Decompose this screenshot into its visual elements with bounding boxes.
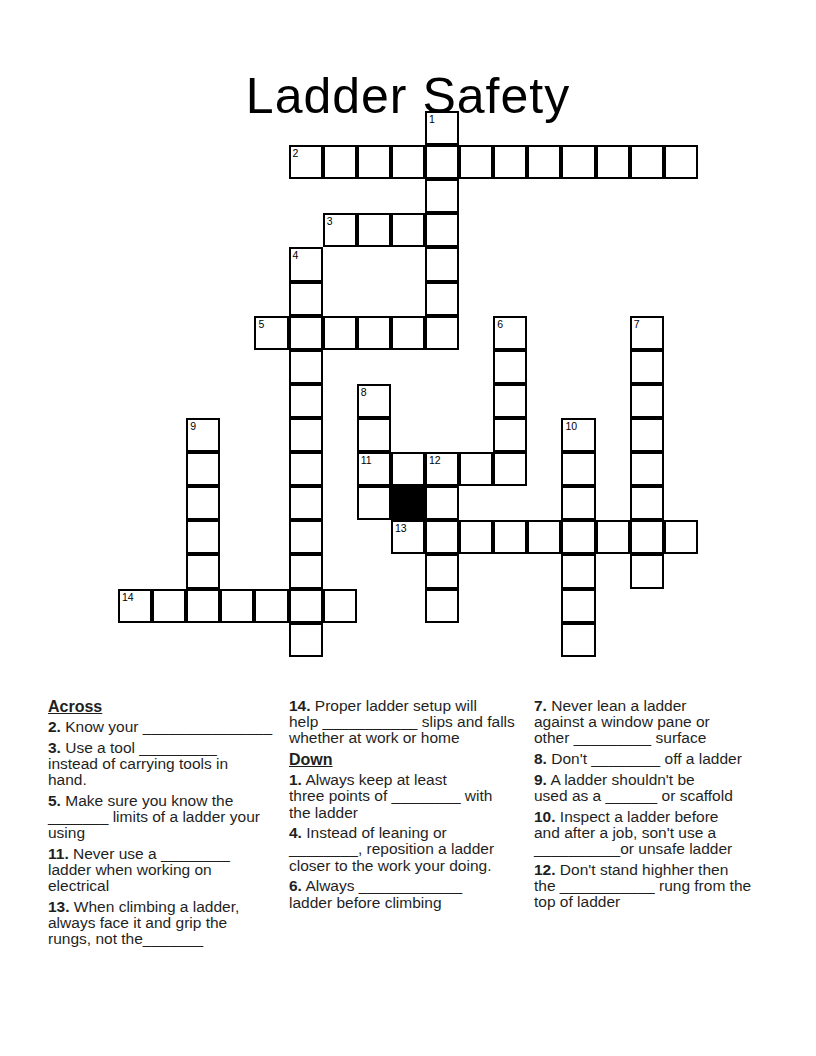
blocked-cell-r11c8	[391, 486, 425, 520]
clue-number: 12.	[534, 861, 556, 878]
clue-down-7: 7. Never lean a ladderagainst a window p…	[534, 698, 794, 747]
grid-cell-r6c5[interactable]	[289, 316, 323, 350]
grid-cell-r5c5[interactable]	[289, 282, 323, 316]
grid-cell-r11c5[interactable]	[289, 486, 323, 520]
grid-cell-r8c5[interactable]	[289, 384, 323, 418]
grid-cell-r7c5[interactable]	[289, 350, 323, 384]
grid-cell-r14c0[interactable]: 14	[118, 589, 152, 623]
grid-cell-r13c9[interactable]	[425, 554, 459, 588]
clue-across-5: 5. Make sure you know the_______ limits …	[48, 793, 290, 842]
grid-cell-r11c9[interactable]	[425, 486, 459, 520]
clue-number: 7.	[534, 697, 547, 714]
grid-cell-r12c5[interactable]	[289, 520, 323, 554]
grid-cell-r1c16[interactable]	[664, 145, 698, 179]
clue-down-4: 4. Instead of leaning or________, reposi…	[289, 825, 535, 874]
grid-cell-r7c15[interactable]	[630, 350, 664, 384]
grid-cell-r12c15[interactable]	[630, 520, 664, 554]
clue-across-2: 2. Know your _______________	[48, 719, 290, 735]
grid-cell-r1c10[interactable]	[459, 145, 493, 179]
clue-down-1: 1. Always keep at leastthree points of _…	[289, 772, 535, 821]
grid-cell-r12c9[interactable]	[425, 520, 459, 554]
grid-cell-r10c11[interactable]	[493, 452, 527, 486]
grid-cell-r14c4[interactable]	[254, 589, 288, 623]
grid-cell-r10c10[interactable]	[459, 452, 493, 486]
grid-cell-r12c16[interactable]	[664, 520, 698, 554]
clue-number: 6.	[289, 877, 302, 894]
cell-number-4: 4	[293, 249, 299, 261]
clue-across-13: 13. When climbing a ladder,always face i…	[48, 899, 290, 948]
grid-cell-r1c15[interactable]	[630, 145, 664, 179]
clue-across-14: 14. Proper ladder setup willhelp _______…	[289, 698, 535, 747]
clue-down-9: 9. A ladder shouldn't beused as a ______…	[534, 772, 794, 804]
grid-cell-r3c9[interactable]	[425, 213, 459, 247]
grid-cell-r6c11[interactable]: 6	[493, 316, 527, 350]
grid-cell-r1c11[interactable]	[493, 145, 527, 179]
grid-cell-r2c9[interactable]	[425, 179, 459, 213]
crossword-grid: 1234567891011121314	[118, 111, 698, 657]
grid-cell-r13c13[interactable]	[561, 554, 595, 588]
grid-cell-r13c15[interactable]	[630, 554, 664, 588]
cell-number-8: 8	[361, 386, 367, 398]
grid-cell-r14c6[interactable]	[323, 589, 357, 623]
clue-column-2: 14. Proper ladder setup willhelp _______…	[289, 698, 535, 915]
grid-cell-r1c6[interactable]	[323, 145, 357, 179]
grid-cell-r4c9[interactable]	[425, 247, 459, 281]
grid-cell-r11c15[interactable]	[630, 486, 664, 520]
clue-across-3: 3. Use a tool _________instead of carryi…	[48, 740, 290, 789]
grid-cell-r6c7[interactable]	[357, 316, 391, 350]
clue-number: 1.	[289, 771, 302, 788]
grid-cell-r7c11[interactable]	[493, 350, 527, 384]
grid-cell-r14c2[interactable]	[186, 589, 220, 623]
clue-number: 3.	[48, 739, 61, 756]
grid-cell-r4c5[interactable]: 4	[289, 247, 323, 281]
cell-number-1: 1	[429, 113, 435, 125]
grid-cell-r8c11[interactable]	[493, 384, 527, 418]
grid-cell-r10c9[interactable]: 12	[425, 452, 459, 486]
grid-cell-r12c8[interactable]: 13	[391, 520, 425, 554]
grid-cell-r14c9[interactable]	[425, 589, 459, 623]
cell-number-3: 3	[327, 215, 333, 227]
clue-number: 2.	[48, 718, 61, 735]
grid-cell-r3c6[interactable]: 3	[323, 213, 357, 247]
across-header: Across	[48, 698, 290, 715]
grid-cell-r10c7[interactable]: 11	[357, 452, 391, 486]
grid-cell-r3c7[interactable]	[357, 213, 391, 247]
clue-number: 5.	[48, 792, 61, 809]
clue-down-8: 8. Don't ________ off a ladder	[534, 751, 794, 767]
cell-number-13: 13	[395, 522, 407, 534]
grid-cell-r12c12[interactable]	[527, 520, 561, 554]
clue-number: 8.	[534, 750, 547, 767]
grid-cell-r12c14[interactable]	[596, 520, 630, 554]
grid-cell-r1c8[interactable]	[391, 145, 425, 179]
clue-number: 14.	[289, 697, 311, 714]
clue-number: 10.	[534, 808, 556, 825]
grid-cell-r15c13[interactable]	[561, 623, 595, 657]
grid-cell-r13c5[interactable]	[289, 554, 323, 588]
grid-cell-r1c9[interactable]	[425, 145, 459, 179]
grid-cell-r12c2[interactable]	[186, 520, 220, 554]
grid-cell-r14c5[interactable]	[289, 589, 323, 623]
grid-cell-r0c9[interactable]: 1	[425, 111, 459, 145]
grid-cell-r8c7[interactable]: 8	[357, 384, 391, 418]
grid-cell-r9c11[interactable]	[493, 418, 527, 452]
cell-number-6: 6	[497, 318, 503, 330]
grid-cell-r11c7[interactable]	[357, 486, 391, 520]
grid-cell-r9c13[interactable]: 10	[561, 418, 595, 452]
clue-number: 13.	[48, 898, 70, 915]
grid-cell-r9c15[interactable]	[630, 418, 664, 452]
grid-cell-r14c1[interactable]	[152, 589, 186, 623]
grid-cell-r1c14[interactable]	[596, 145, 630, 179]
grid-cell-r6c15[interactable]: 7	[630, 316, 664, 350]
grid-cell-r6c4[interactable]: 5	[254, 316, 288, 350]
clue-number: 11.	[48, 845, 69, 862]
clue-down-10: 10. Inspect a ladder beforeand after a j…	[534, 809, 794, 858]
clue-column-3: 7. Never lean a ladderagainst a window p…	[534, 698, 794, 915]
cell-number-5: 5	[258, 318, 264, 330]
cell-number-11: 11	[361, 454, 372, 466]
clue-down-6: 6. Always ____________ladder before clim…	[289, 878, 535, 910]
grid-cell-r15c5[interactable]	[289, 623, 323, 657]
down-header: Down	[289, 751, 535, 768]
grid-cell-r11c13[interactable]	[561, 486, 595, 520]
grid-cell-r1c7[interactable]	[357, 145, 391, 179]
grid-cell-r9c7[interactable]	[357, 418, 391, 452]
clue-across-11: 11. Never use a ________ladder when work…	[48, 846, 290, 895]
grid-cell-r6c9[interactable]	[425, 316, 459, 350]
grid-cell-r3c8[interactable]	[391, 213, 425, 247]
clue-down-12: 12. Don't stand highher thenthe ________…	[534, 862, 794, 911]
grid-cell-r1c13[interactable]	[561, 145, 595, 179]
grid-cell-r10c13[interactable]	[561, 452, 595, 486]
grid-cell-r8c15[interactable]	[630, 384, 664, 418]
cell-number-10: 10	[565, 420, 577, 432]
grid-cell-r1c5[interactable]: 2	[289, 145, 323, 179]
grid-cell-r10c15[interactable]	[630, 452, 664, 486]
cell-number-14: 14	[122, 591, 134, 603]
grid-cell-r12c13[interactable]	[561, 520, 595, 554]
cell-number-12: 12	[429, 454, 441, 466]
grid-cell-r9c2[interactable]: 9	[186, 418, 220, 452]
grid-cell-r12c10[interactable]	[459, 520, 493, 554]
grid-cell-r11c2[interactable]	[186, 486, 220, 520]
clue-number: 4.	[289, 824, 302, 841]
grid-cell-r6c8[interactable]	[391, 316, 425, 350]
cell-number-9: 9	[190, 420, 196, 432]
grid-cell-r10c5[interactable]	[289, 452, 323, 486]
clue-column-1: Across2. Know your _______________3. Use…	[48, 698, 290, 952]
grid-cell-r10c8[interactable]	[391, 452, 425, 486]
grid-cell-r9c5[interactable]	[289, 418, 323, 452]
grid-cell-r14c13[interactable]	[561, 589, 595, 623]
grid-cell-r13c2[interactable]	[186, 554, 220, 588]
cell-number-7: 7	[634, 318, 640, 330]
grid-cell-r1c12[interactable]	[527, 145, 561, 179]
grid-cell-r6c6[interactable]	[323, 316, 357, 350]
clue-number: 9.	[534, 771, 547, 788]
grid-cell-r10c2[interactable]	[186, 452, 220, 486]
grid-cell-r14c3[interactable]	[220, 589, 254, 623]
grid-cell-r5c9[interactable]	[425, 282, 459, 316]
cell-number-2: 2	[293, 147, 299, 159]
grid-cell-r12c11[interactable]	[493, 520, 527, 554]
